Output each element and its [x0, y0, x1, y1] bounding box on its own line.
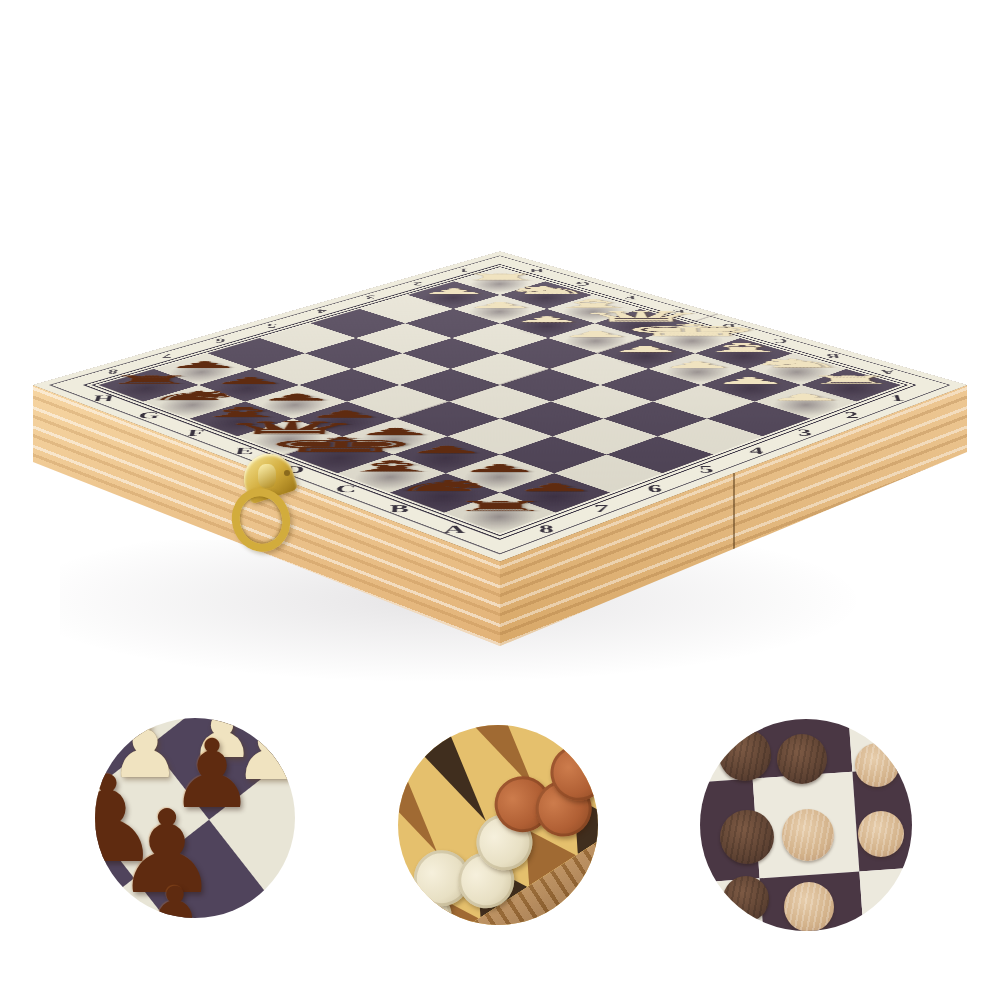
light-N-glyph: ♞ [686, 357, 905, 369]
coordinate-label: 5 [266, 323, 277, 329]
checkers-disc-tan [782, 809, 834, 861]
coordinate-label: 7 [161, 353, 173, 359]
hinge-seam [733, 473, 735, 551]
checkers-disc-walnut [720, 810, 774, 864]
brass-clasp-screw [284, 470, 290, 476]
checkers-disc-walnut [777, 734, 827, 784]
light-B-glyph: ♝ [635, 342, 850, 354]
coordinate-label: C [335, 484, 357, 494]
checkers-disc-tan [784, 882, 834, 931]
coordinate-label: G [137, 411, 161, 420]
light-K-glyph: ♚ [586, 322, 798, 338]
inset-backgammon-board [398, 725, 598, 925]
coordinate-label: F [186, 428, 205, 437]
coordinate-label: 3 [796, 428, 812, 437]
coordinate-label: A [443, 524, 465, 535]
product-photo: HHGGFFEEDDCCBBAA8877665544332211 ♜♟♟♜♞♟♟… [0, 0, 1000, 1000]
coordinate-label: 4 [748, 446, 764, 456]
coordinate-label: 2 [413, 281, 423, 286]
inset-chess-closeup: ♟♟♟♟♟♟♟ [95, 718, 295, 918]
coordinate-label: 2 [843, 411, 859, 420]
dark-P-glyph: ♟ [95, 361, 313, 370]
inset-checkers-closeup [700, 719, 912, 931]
light-R-glyph: ♜ [400, 273, 599, 282]
coordinate-label: 6 [214, 338, 225, 344]
brass-clasp-knob [258, 464, 276, 488]
coordinate-label: 7 [593, 504, 608, 514]
coordinate-label: 8 [538, 524, 553, 535]
coordinate-label: 6 [647, 484, 663, 494]
coordinate-label: E [234, 446, 254, 456]
coordinate-label: 3 [365, 295, 375, 301]
light-N-glyph: ♞ [445, 285, 647, 295]
checkers-disc-tan [858, 811, 904, 857]
inset-backgammon-closeup [398, 725, 598, 925]
coordinate-label: B [389, 504, 409, 514]
dark-P-glyph: ♟ [139, 376, 360, 385]
light-R-glyph: ♜ [739, 375, 961, 386]
coordinate-label: 5 [698, 465, 714, 475]
coordinate-label: 4 [316, 309, 326, 315]
